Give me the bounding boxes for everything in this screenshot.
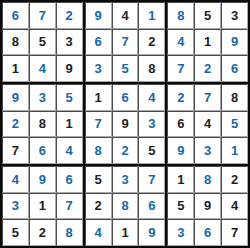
- cell-r6c9[interactable]: 1: [221, 137, 248, 164]
- cell-r2c4[interactable]: 6: [85, 29, 112, 56]
- cell-r9c8[interactable]: 6: [194, 219, 221, 246]
- cell-r4c2[interactable]: 3: [29, 84, 56, 111]
- cell-r8c8[interactable]: 9: [194, 193, 221, 220]
- cell-r5c2[interactable]: 8: [29, 111, 56, 138]
- cell-r4c8[interactable]: 7: [194, 84, 221, 111]
- cell-r2c2[interactable]: 5: [29, 29, 56, 56]
- cell-r7c2[interactable]: 9: [29, 166, 56, 193]
- block-2-0: 496317528: [2, 166, 83, 246]
- cell-r5c3[interactable]: 1: [56, 111, 83, 138]
- cell-r6c8[interactable]: 3: [194, 137, 221, 164]
- cell-r4c9[interactable]: 8: [221, 84, 248, 111]
- cell-r8c1[interactable]: 3: [2, 193, 29, 220]
- cell-r3c2[interactable]: 4: [29, 55, 56, 82]
- cell-r8c7[interactable]: 5: [167, 193, 194, 220]
- cell-r2c8[interactable]: 1: [194, 29, 221, 56]
- cell-r4c3[interactable]: 5: [56, 84, 83, 111]
- cell-r2c7[interactable]: 4: [167, 29, 194, 56]
- cell-r1c6[interactable]: 1: [138, 2, 165, 29]
- cell-r3c1[interactable]: 1: [2, 55, 29, 82]
- cell-r5c8[interactable]: 4: [194, 111, 221, 138]
- block-0-2: 853419726: [167, 2, 248, 82]
- cell-r7c9[interactable]: 2: [221, 166, 248, 193]
- cell-r7c3[interactable]: 6: [56, 166, 83, 193]
- cell-r9c5[interactable]: 1: [112, 219, 139, 246]
- cell-r2c5[interactable]: 7: [112, 29, 139, 56]
- cell-r9c9[interactable]: 7: [221, 219, 248, 246]
- cell-r3c6[interactable]: 8: [138, 55, 165, 82]
- cell-r1c9[interactable]: 3: [221, 2, 248, 29]
- cell-r6c2[interactable]: 6: [29, 137, 56, 164]
- cell-r4c4[interactable]: 1: [85, 84, 112, 111]
- cell-r9c4[interactable]: 4: [85, 219, 112, 246]
- cell-r8c3[interactable]: 7: [56, 193, 83, 220]
- block-1-1: 164793825: [85, 84, 166, 164]
- cell-r2c9[interactable]: 9: [221, 29, 248, 56]
- cell-r7c1[interactable]: 4: [2, 166, 29, 193]
- cell-r5c5[interactable]: 9: [112, 111, 139, 138]
- cell-r8c5[interactable]: 8: [112, 193, 139, 220]
- cell-r3c5[interactable]: 5: [112, 55, 139, 82]
- cell-r3c8[interactable]: 2: [194, 55, 221, 82]
- block-1-0: 935281764: [2, 84, 83, 164]
- cell-r4c1[interactable]: 9: [2, 84, 29, 111]
- cell-r6c4[interactable]: 8: [85, 137, 112, 164]
- cell-r5c9[interactable]: 5: [221, 111, 248, 138]
- cell-r8c2[interactable]: 1: [29, 193, 56, 220]
- cell-r2c1[interactable]: 8: [2, 29, 29, 56]
- cell-r7c8[interactable]: 8: [194, 166, 221, 193]
- cell-r2c3[interactable]: 3: [56, 29, 83, 56]
- cell-r4c7[interactable]: 2: [167, 84, 194, 111]
- cell-r8c6[interactable]: 6: [138, 193, 165, 220]
- cell-r9c3[interactable]: 8: [56, 219, 83, 246]
- cell-r1c2[interactable]: 7: [29, 2, 56, 29]
- cell-r6c5[interactable]: 2: [112, 137, 139, 164]
- cell-r9c6[interactable]: 9: [138, 219, 165, 246]
- cell-r7c6[interactable]: 7: [138, 166, 165, 193]
- cell-r5c7[interactable]: 6: [167, 111, 194, 138]
- cell-r3c9[interactable]: 6: [221, 55, 248, 82]
- cell-r9c2[interactable]: 2: [29, 219, 56, 246]
- block-0-1: 941672358: [85, 2, 166, 82]
- cell-r8c9[interactable]: 4: [221, 193, 248, 220]
- cell-r2c6[interactable]: 2: [138, 29, 165, 56]
- cell-r4c6[interactable]: 4: [138, 84, 165, 111]
- cell-r7c4[interactable]: 5: [85, 166, 112, 193]
- cell-r1c7[interactable]: 8: [167, 2, 194, 29]
- cell-r3c4[interactable]: 3: [85, 55, 112, 82]
- cell-r1c4[interactable]: 9: [85, 2, 112, 29]
- block-1-2: 278645931: [167, 84, 248, 164]
- cell-r6c6[interactable]: 5: [138, 137, 165, 164]
- cell-r1c3[interactable]: 2: [56, 2, 83, 29]
- cell-r7c5[interactable]: 3: [112, 166, 139, 193]
- cell-r1c1[interactable]: 6: [2, 2, 29, 29]
- cell-r5c1[interactable]: 2: [2, 111, 29, 138]
- cell-r6c7[interactable]: 9: [167, 137, 194, 164]
- cell-r3c3[interactable]: 9: [56, 55, 83, 82]
- cell-r4c5[interactable]: 6: [112, 84, 139, 111]
- cell-r9c1[interactable]: 5: [2, 219, 29, 246]
- block-2-1: 537286419: [85, 166, 166, 246]
- cell-r5c4[interactable]: 7: [85, 111, 112, 138]
- cell-r1c8[interactable]: 5: [194, 2, 221, 29]
- cell-r8c4[interactable]: 2: [85, 193, 112, 220]
- sudoku-board: 6728531499416723588534197269352817641647…: [0, 0, 250, 248]
- cell-r3c7[interactable]: 7: [167, 55, 194, 82]
- cell-r5c6[interactable]: 3: [138, 111, 165, 138]
- cell-r7c7[interactable]: 1: [167, 166, 194, 193]
- block-2-2: 182594367: [167, 166, 248, 246]
- cell-r9c7[interactable]: 3: [167, 219, 194, 246]
- cell-r6c1[interactable]: 7: [2, 137, 29, 164]
- cell-r1c5[interactable]: 4: [112, 2, 139, 29]
- cell-r6c3[interactable]: 4: [56, 137, 83, 164]
- block-0-0: 672853149: [2, 2, 83, 82]
